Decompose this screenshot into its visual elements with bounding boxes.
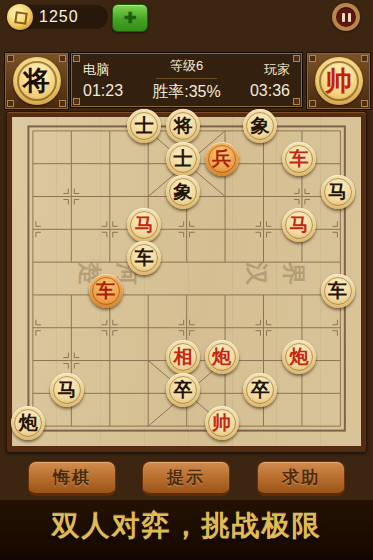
computer-label: 电脑: [83, 61, 109, 79]
top-bar: 1250 ✚: [0, 0, 373, 34]
action-bar: 悔棋 提示 求助: [0, 461, 373, 499]
piece-label: 士: [135, 116, 154, 135]
pause-icon: [348, 13, 351, 22]
coin-icon: [7, 4, 33, 30]
piece-label: 炮: [19, 413, 38, 432]
corner-ornament: [361, 55, 368, 62]
corner-ornament: [309, 55, 316, 62]
piece-label: 炮: [289, 347, 308, 366]
stats-panel: 电脑 01:23 等级6 胜率:35% 玩家 03:36: [70, 52, 303, 108]
piece-label: 相: [173, 347, 192, 366]
corner-ornament: [293, 98, 300, 105]
piece-label: 兵: [212, 149, 231, 168]
piece-red-7-1[interactable]: 车: [282, 142, 316, 176]
piece-red-5-9[interactable]: 帅: [205, 406, 239, 440]
corner-ornament: [293, 55, 300, 62]
player-clock: 03:36: [250, 82, 290, 100]
piece-label: 士: [173, 149, 192, 168]
red-general-badge: 帅: [306, 52, 371, 110]
piece-red-3-3[interactable]: 马: [127, 208, 161, 242]
undo-button[interactable]: 悔棋: [28, 461, 116, 496]
piece-red-4-7[interactable]: 相: [166, 340, 200, 374]
hint-button[interactable]: 提示: [142, 461, 230, 496]
piece-label: 马: [328, 182, 347, 201]
piece-red-5-1[interactable]: 兵: [205, 142, 239, 176]
promo-banner: 双人对弈，挑战极限: [0, 500, 373, 560]
piece-red-5-7[interactable]: 炮: [205, 340, 239, 374]
piece-label: 车: [289, 149, 308, 168]
piece-black-3-0[interactable]: 士: [127, 109, 161, 143]
piece-layer: 士将象士兵车象马马马车车车相炮炮马卒卒炮帅: [9, 109, 357, 439]
piece-label: 车: [135, 248, 154, 267]
promo-text: 双人对弈，挑战极限: [52, 507, 322, 545]
piece-black-6-0[interactable]: 象: [243, 109, 277, 143]
piece-label: 车: [328, 281, 347, 300]
piece-label: 马: [57, 380, 76, 399]
black-general-coin: 将: [13, 57, 61, 105]
corner-ornament: [59, 55, 66, 62]
piece-label: 马: [289, 215, 308, 234]
black-general-badge: 将: [4, 52, 69, 110]
piece-label: 将: [173, 116, 192, 135]
computer-clock: 01:23: [83, 82, 123, 100]
coin-balance: 1250: [8, 5, 108, 29]
piece-label: 帅: [212, 413, 231, 432]
game-screen: 1250 ✚ 将 电脑 01:23: [0, 0, 373, 560]
corner-ornament: [73, 98, 80, 105]
corner-ornament: [361, 100, 368, 107]
red-general-glyph: 帅: [325, 68, 352, 95]
piece-red-7-7[interactable]: 炮: [282, 340, 316, 374]
black-general-glyph: 将: [23, 68, 50, 95]
piece-black-4-0[interactable]: 将: [166, 109, 200, 143]
add-coins-button[interactable]: ✚: [112, 4, 148, 32]
piece-label: 炮: [212, 347, 231, 366]
corner-ornament: [309, 100, 316, 107]
piece-black-4-1[interactable]: 士: [166, 142, 200, 176]
piece-black-0-9[interactable]: 炮: [11, 406, 45, 440]
coin-amount: 1250: [39, 8, 79, 26]
level-label: 等级6: [156, 57, 217, 79]
piece-label: 象: [251, 116, 270, 135]
piece-label: 象: [173, 182, 192, 201]
corner-ornament: [7, 100, 14, 107]
piece-label: 卒: [173, 380, 192, 399]
player-label: 玩家: [264, 61, 290, 79]
piece-label: 卒: [251, 380, 270, 399]
piece-black-4-2[interactable]: 象: [166, 175, 200, 209]
piece-black-8-5[interactable]: 车: [321, 274, 355, 308]
piece-black-8-2[interactable]: 马: [321, 175, 355, 209]
piece-label: 车: [96, 281, 115, 300]
win-rate: 胜率:35%: [152, 82, 220, 103]
piece-black-3-4[interactable]: 车: [127, 241, 161, 275]
xiangqi-board[interactable]: 楚河 汉界 士将象士兵车象马马马车车车相炮炮马卒卒炮帅: [6, 111, 367, 452]
pause-icon: [342, 13, 345, 22]
help-button[interactable]: 求助: [257, 461, 345, 496]
piece-black-6-8[interactable]: 卒: [243, 373, 277, 407]
match-header: 将 电脑 01:23 等级6 胜率:35% 玩家 03:36: [0, 50, 373, 108]
piece-black-4-8[interactable]: 卒: [166, 373, 200, 407]
piece-red-7-3[interactable]: 马: [282, 208, 316, 242]
corner-ornament: [73, 55, 80, 62]
corner-ornament: [7, 55, 14, 62]
piece-red-2-5[interactable]: 车: [89, 274, 123, 308]
piece-label: 马: [135, 215, 154, 234]
piece-black-1-8[interactable]: 马: [50, 373, 84, 407]
plus-icon: ✚: [124, 9, 137, 27]
pause-button[interactable]: [332, 3, 360, 31]
red-general-coin: 帅: [315, 57, 363, 105]
corner-ornament: [59, 100, 66, 107]
